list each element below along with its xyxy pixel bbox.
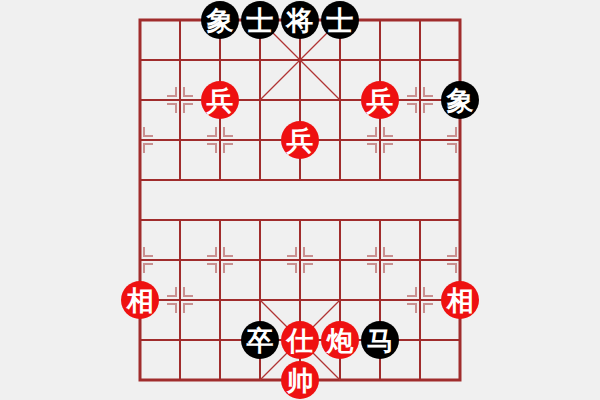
piece-red-pawn-3[interactable]: 兵: [281, 121, 319, 159]
red-general-glyph: 帅: [287, 367, 314, 394]
piece-red-pawn-1[interactable]: 兵: [201, 81, 239, 119]
black-elephant-glyph: 象: [207, 7, 234, 34]
piece-black-elephant-2[interactable]: 象: [441, 81, 479, 119]
xiangqi-app: 象士将士兵兵象兵相相卒仕炮马帅: [0, 0, 600, 400]
black-general-glyph: 将: [287, 7, 314, 34]
black-elephant-glyph: 象: [447, 87, 474, 114]
pieces-layer: 象士将士兵兵象兵相相卒仕炮马帅: [120, 0, 480, 400]
piece-red-elephant-1[interactable]: 相: [121, 281, 159, 319]
piece-black-pawn-1[interactable]: 卒: [241, 321, 279, 359]
piece-black-general[interactable]: 将: [281, 1, 319, 39]
red-pawn-glyph: 兵: [367, 87, 394, 114]
piece-red-elephant-2[interactable]: 相: [441, 281, 479, 319]
black-advisor-glyph: 士: [247, 7, 274, 34]
red-cannon-glyph: 炮: [327, 327, 354, 354]
piece-red-pawn-2[interactable]: 兵: [361, 81, 399, 119]
red-elephant-glyph: 相: [127, 287, 154, 314]
piece-black-advisor-1[interactable]: 士: [241, 1, 279, 39]
piece-black-horse-1[interactable]: 马: [361, 321, 399, 359]
xiangqi-board[interactable]: 象士将士兵兵象兵相相卒仕炮马帅: [120, 0, 480, 400]
black-advisor-glyph: 士: [327, 7, 354, 34]
red-pawn-glyph: 兵: [287, 127, 314, 154]
piece-black-elephant-1[interactable]: 象: [201, 1, 239, 39]
black-pawn-glyph: 卒: [247, 327, 274, 354]
red-pawn-glyph: 兵: [207, 87, 234, 114]
piece-red-advisor-1[interactable]: 仕: [281, 321, 319, 359]
piece-black-advisor-2[interactable]: 士: [321, 1, 359, 39]
red-elephant-glyph: 相: [447, 287, 474, 314]
piece-red-general[interactable]: 帅: [281, 361, 319, 399]
black-horse-glyph: 马: [367, 327, 394, 354]
piece-red-cannon-1[interactable]: 炮: [321, 321, 359, 359]
red-advisor-glyph: 仕: [287, 327, 314, 354]
